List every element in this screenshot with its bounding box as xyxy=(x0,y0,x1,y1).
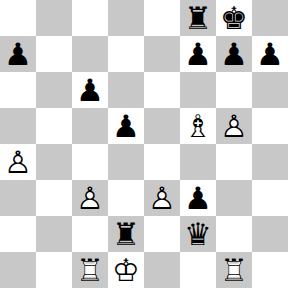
square-b2[interactable] xyxy=(36,216,72,252)
black-pawn-glyph: ♟ xyxy=(180,36,216,72)
black-king-glyph: ♚ xyxy=(216,0,252,36)
white-pawn-outline: ♙ xyxy=(0,144,36,180)
square-f8[interactable]: ♜ xyxy=(180,0,216,36)
square-a4[interactable]: ♟♙ xyxy=(0,144,36,180)
piece-black-pawn: ♟ xyxy=(72,72,108,108)
piece-black-king: ♚ xyxy=(216,0,252,36)
square-e2[interactable] xyxy=(144,216,180,252)
square-e8[interactable] xyxy=(144,0,180,36)
square-e7[interactable] xyxy=(144,36,180,72)
square-h5[interactable] xyxy=(252,108,288,144)
black-pawn-glyph: ♟ xyxy=(252,36,288,72)
square-f3[interactable]: ♟ xyxy=(180,180,216,216)
piece-white-pawn: ♟♙ xyxy=(72,180,108,216)
square-b6[interactable] xyxy=(36,72,72,108)
square-c5[interactable] xyxy=(72,108,108,144)
white-pawn-outline: ♙ xyxy=(72,180,108,216)
piece-black-pawn: ♟ xyxy=(180,36,216,72)
piece-black-pawn: ♟ xyxy=(216,36,252,72)
square-e1[interactable] xyxy=(144,252,180,288)
white-rook-outline: ♖ xyxy=(216,252,252,288)
square-f2[interactable]: ♛ xyxy=(180,216,216,252)
black-pawn-glyph: ♟ xyxy=(216,36,252,72)
square-a3[interactable] xyxy=(0,180,36,216)
white-pawn-outline: ♙ xyxy=(216,108,252,144)
square-b1[interactable] xyxy=(36,252,72,288)
square-b7[interactable] xyxy=(36,36,72,72)
piece-white-rook: ♜♖ xyxy=(72,252,108,288)
square-h6[interactable] xyxy=(252,72,288,108)
square-a5[interactable] xyxy=(0,108,36,144)
square-f1[interactable] xyxy=(180,252,216,288)
square-c1[interactable]: ♜♖ xyxy=(72,252,108,288)
square-a7[interactable]: ♟ xyxy=(0,36,36,72)
square-b4[interactable] xyxy=(36,144,72,180)
square-h1[interactable] xyxy=(252,252,288,288)
black-pawn-glyph: ♟ xyxy=(72,72,108,108)
square-e5[interactable] xyxy=(144,108,180,144)
piece-white-rook: ♜♖ xyxy=(216,252,252,288)
piece-black-rook: ♜ xyxy=(180,0,216,36)
piece-black-pawn: ♟ xyxy=(0,36,36,72)
square-e4[interactable] xyxy=(144,144,180,180)
square-f4[interactable] xyxy=(180,144,216,180)
square-h3[interactable] xyxy=(252,180,288,216)
square-d3[interactable] xyxy=(108,180,144,216)
piece-black-pawn: ♟ xyxy=(252,36,288,72)
square-g7[interactable]: ♟ xyxy=(216,36,252,72)
square-h7[interactable]: ♟ xyxy=(252,36,288,72)
black-rook-glyph: ♜ xyxy=(180,0,216,36)
white-pawn-outline: ♙ xyxy=(144,180,180,216)
square-a1[interactable] xyxy=(0,252,36,288)
square-b5[interactable] xyxy=(36,108,72,144)
square-d8[interactable] xyxy=(108,0,144,36)
piece-black-rook: ♜ xyxy=(108,216,144,252)
chess-board: ♜♚♟♟♟♟♟♟♝♗♟♙♟♙♟♙♟♙♟♜♛♜♖♚♔♜♖ xyxy=(0,0,288,288)
square-b8[interactable] xyxy=(36,0,72,36)
white-rook-outline: ♖ xyxy=(72,252,108,288)
square-d4[interactable] xyxy=(108,144,144,180)
square-a8[interactable] xyxy=(0,0,36,36)
square-g4[interactable] xyxy=(216,144,252,180)
piece-white-pawn: ♟♙ xyxy=(144,180,180,216)
white-bishop-outline: ♗ xyxy=(180,108,216,144)
piece-black-pawn: ♟ xyxy=(108,108,144,144)
square-g6[interactable] xyxy=(216,72,252,108)
square-g5[interactable]: ♟♙ xyxy=(216,108,252,144)
piece-white-king: ♚♔ xyxy=(108,252,144,288)
square-d6[interactable] xyxy=(108,72,144,108)
square-f7[interactable]: ♟ xyxy=(180,36,216,72)
piece-white-pawn: ♟♙ xyxy=(0,144,36,180)
square-e6[interactable] xyxy=(144,72,180,108)
square-a6[interactable] xyxy=(0,72,36,108)
square-c4[interactable] xyxy=(72,144,108,180)
square-c8[interactable] xyxy=(72,0,108,36)
black-pawn-glyph: ♟ xyxy=(108,108,144,144)
square-c6[interactable]: ♟ xyxy=(72,72,108,108)
square-d5[interactable]: ♟ xyxy=(108,108,144,144)
square-b3[interactable] xyxy=(36,180,72,216)
square-h2[interactable] xyxy=(252,216,288,252)
square-g2[interactable] xyxy=(216,216,252,252)
square-h4[interactable] xyxy=(252,144,288,180)
square-d7[interactable] xyxy=(108,36,144,72)
piece-black-queen: ♛ xyxy=(180,216,216,252)
black-queen-glyph: ♛ xyxy=(180,216,216,252)
square-c3[interactable]: ♟♙ xyxy=(72,180,108,216)
black-pawn-glyph: ♟ xyxy=(180,180,216,216)
square-e3[interactable]: ♟♙ xyxy=(144,180,180,216)
square-f6[interactable] xyxy=(180,72,216,108)
square-a2[interactable] xyxy=(0,216,36,252)
square-d1[interactable]: ♚♔ xyxy=(108,252,144,288)
square-g8[interactable]: ♚ xyxy=(216,0,252,36)
black-pawn-glyph: ♟ xyxy=(0,36,36,72)
square-d2[interactable]: ♜ xyxy=(108,216,144,252)
square-g1[interactable]: ♜♖ xyxy=(216,252,252,288)
black-rook-glyph: ♜ xyxy=(108,216,144,252)
piece-black-pawn: ♟ xyxy=(180,180,216,216)
square-c7[interactable] xyxy=(72,36,108,72)
white-king-outline: ♔ xyxy=(108,252,144,288)
piece-white-bishop: ♝♗ xyxy=(180,108,216,144)
square-c2[interactable] xyxy=(72,216,108,252)
square-g3[interactable] xyxy=(216,180,252,216)
square-f5[interactable]: ♝♗ xyxy=(180,108,216,144)
square-h8[interactable] xyxy=(252,0,288,36)
piece-white-pawn: ♟♙ xyxy=(216,108,252,144)
